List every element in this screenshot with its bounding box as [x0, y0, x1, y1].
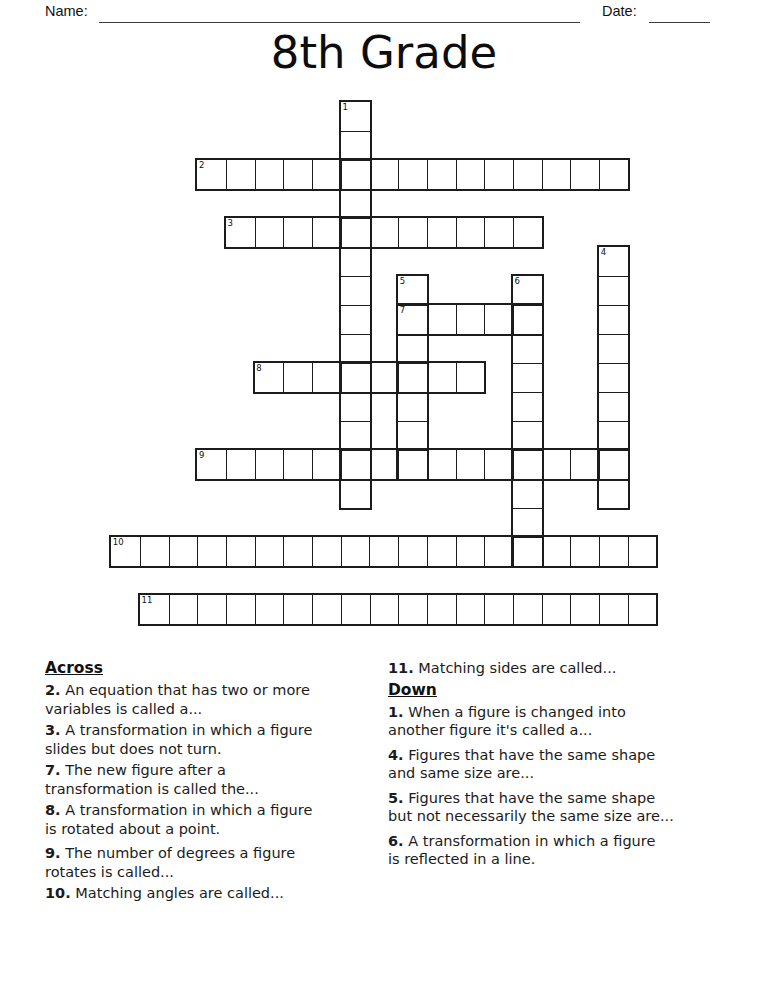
grid-cell[interactable] [456, 218, 485, 247]
grid-cell[interactable]: 5 [398, 276, 427, 305]
grid-cell[interactable] [628, 595, 657, 624]
grid-cell[interactable] [542, 595, 571, 624]
grid-cell[interactable]: 7 [398, 305, 427, 334]
grid-cell[interactable] [341, 131, 370, 160]
grid-cell[interactable] [312, 218, 341, 247]
clue-number: 1. [388, 704, 404, 720]
grid-cell[interactable] [542, 160, 571, 189]
clue-across-11: 11. Matching sides are called... [388, 659, 740, 678]
grid-cell[interactable] [398, 392, 427, 421]
clue-across-2: 2. An equation that has two or more vari… [45, 681, 388, 718]
grid-cell[interactable] [599, 421, 628, 450]
grid-cell[interactable] [456, 160, 485, 189]
grid-cell[interactable] [169, 537, 198, 566]
grid-cell[interactable] [283, 450, 312, 479]
grid-cell[interactable] [341, 189, 370, 218]
grid-cell[interactable] [370, 450, 399, 479]
grid-cell[interactable] [599, 276, 628, 305]
grid-cell[interactable] [427, 450, 456, 479]
grid-cell[interactable] [312, 537, 341, 566]
word-2-across: 2 [195, 158, 629, 191]
clue-number: 9. [45, 845, 61, 861]
word-10-across: 10 [109, 535, 658, 568]
grid-clue-number: 9 [199, 450, 204, 460]
grid-cell[interactable] [599, 595, 628, 624]
grid-cell[interactable] [255, 160, 284, 189]
clue-text: A transformation in which a figure is re… [388, 833, 655, 868]
clue-number: 11. [388, 660, 414, 676]
grid-cell[interactable] [513, 479, 542, 508]
grid-cell[interactable] [341, 334, 370, 363]
grid-cell[interactable] [542, 537, 571, 566]
grid-cell[interactable] [513, 392, 542, 421]
grid-cell[interactable] [283, 595, 312, 624]
grid-cell[interactable] [513, 218, 542, 247]
grid-cell[interactable] [341, 450, 370, 479]
grid-cell[interactable] [513, 363, 542, 392]
grid-cell[interactable]: 1 [341, 102, 370, 131]
word-11-across: 11 [138, 593, 658, 626]
clue-number: 7. [45, 762, 61, 778]
clue-across-3: 3. A transformation in which a figure sl… [45, 721, 388, 758]
grid-cell[interactable] [370, 363, 399, 392]
clue-down-5: 5. Figures that have the same shape but … [388, 789, 740, 826]
grid-cell[interactable] [341, 218, 370, 247]
grid-clue-number: 1 [342, 102, 347, 112]
word-7-across: 7 [396, 303, 543, 336]
grid-cell[interactable] [312, 450, 341, 479]
grid-cell[interactable] [427, 160, 456, 189]
grid-cell[interactable] [398, 218, 427, 247]
grid-cell[interactable] [341, 537, 370, 566]
grid-cell[interactable] [312, 160, 341, 189]
clue-text: A transformation in which a figure slide… [45, 722, 312, 757]
grid-cell[interactable] [427, 218, 456, 247]
grid-cell[interactable] [255, 595, 284, 624]
grid-cell[interactable]: 3 [226, 218, 255, 247]
clue-text: Figures that have the same shape and sam… [388, 747, 655, 782]
grid-cell[interactable] [513, 160, 542, 189]
grid-cell[interactable] [341, 276, 370, 305]
grid-cell[interactable] [398, 537, 427, 566]
clue-text: A transformation in which a figure is ro… [45, 802, 312, 837]
grid-cell[interactable] [513, 421, 542, 450]
clue-number: 4. [388, 747, 404, 763]
clue-number: 8. [45, 802, 61, 818]
grid-cell[interactable] [599, 479, 628, 508]
grid-cell[interactable] [140, 537, 169, 566]
clue-text: Matching sides are called... [418, 660, 616, 676]
grid-cell[interactable]: 11 [140, 595, 169, 624]
grid-clue-number: 10 [113, 537, 124, 547]
grid-cell[interactable] [513, 334, 542, 363]
grid-clue-number: 11 [142, 595, 153, 605]
grid-cell[interactable] [255, 450, 284, 479]
grid-cell[interactable] [341, 247, 370, 276]
grid-cell[interactable] [255, 537, 284, 566]
grid-cell[interactable] [283, 537, 312, 566]
grid-cell[interactable] [226, 450, 255, 479]
clues-section: Across 2. An equation that has two or mo… [45, 659, 740, 906]
grid-cell[interactable]: 4 [599, 247, 628, 276]
grid-cell[interactable] [283, 218, 312, 247]
grid-cell[interactable] [599, 334, 628, 363]
grid-cell[interactable] [456, 595, 485, 624]
clue-across-10: 10. Matching angles are called... [45, 884, 388, 903]
grid-cell[interactable] [312, 363, 341, 392]
clue-number: 3. [45, 722, 61, 738]
grid-cell[interactable] [341, 421, 370, 450]
grid-cell[interactable] [370, 160, 399, 189]
grid-cell[interactable] [398, 421, 427, 450]
clue-across-8: 8. A transformation in which a figure is… [45, 801, 388, 838]
grid-cell[interactable] [628, 537, 657, 566]
grid-cell[interactable]: 9 [197, 450, 226, 479]
across-heading: Across [45, 659, 388, 677]
clue-text: An equation that has two or more variabl… [45, 682, 310, 717]
grid-cell[interactable] [341, 595, 370, 624]
grid-cell[interactable]: 6 [513, 276, 542, 305]
grid-cell[interactable] [599, 450, 628, 479]
crossword-grid: 1234567891011 [0, 0, 768, 650]
clue-across-9: 9. The number of degrees a figure rotate… [45, 844, 388, 881]
grid-clue-number: 7 [400, 305, 405, 315]
word-3-across: 3 [224, 216, 544, 249]
grid-cell[interactable] [456, 450, 485, 479]
grid-cell[interactable] [484, 160, 513, 189]
clue-down-4: 4. Figures that have the same shape and … [388, 746, 740, 783]
grid-cell[interactable] [370, 595, 399, 624]
grid-cell[interactable] [513, 537, 542, 566]
grid-cell[interactable] [398, 450, 427, 479]
clue-number: 10. [45, 885, 71, 901]
grid-cell[interactable] [341, 363, 370, 392]
grid-cell[interactable] [513, 305, 542, 334]
grid-cell[interactable] [226, 537, 255, 566]
grid-cell[interactable] [369, 537, 398, 566]
grid-cell[interactable] [427, 537, 456, 566]
grid-cell[interactable] [226, 160, 255, 189]
clue-across-7: 7. The new figure after a transformation… [45, 761, 388, 798]
grid-cell[interactable] [456, 363, 485, 392]
clues-column-right: 11. Matching sides are called... Down 1.… [388, 659, 740, 906]
grid-cell[interactable] [197, 595, 226, 624]
grid-cell[interactable] [427, 595, 456, 624]
grid-cell[interactable] [283, 363, 312, 392]
grid-cell[interactable] [484, 305, 513, 334]
clue-down-6: 6. A transformation in which a figure is… [388, 832, 740, 869]
grid-clue-number: 8 [256, 363, 261, 373]
grid-cell[interactable] [341, 305, 370, 334]
grid-cell[interactable] [255, 218, 284, 247]
grid-cell[interactable] [427, 305, 456, 334]
clue-text: The new figure after a transformation is… [45, 762, 259, 797]
grid-cell[interactable] [370, 218, 399, 247]
grid-cell[interactable]: 8 [255, 363, 284, 392]
grid-cell[interactable] [599, 160, 628, 189]
grid-cell[interactable] [398, 363, 427, 392]
grid-cell[interactable]: 10 [111, 537, 140, 566]
grid-cell[interactable] [484, 595, 513, 624]
clue-text: The number of degrees a figure rotates i… [45, 845, 295, 880]
grid-cell[interactable] [542, 450, 571, 479]
worksheet-page: Name: Date: 8th Grade 1234567891011 Acro… [0, 0, 768, 994]
grid-clue-number: 2 [199, 160, 204, 170]
clue-text: Matching angles are called... [75, 885, 284, 901]
grid-cell[interactable] [599, 392, 628, 421]
grid-cell[interactable] [570, 537, 599, 566]
grid-cell[interactable] [570, 450, 599, 479]
grid-cell[interactable] [484, 218, 513, 247]
clue-number: 6. [388, 833, 404, 849]
grid-cell[interactable] [341, 392, 370, 421]
grid-cell[interactable] [398, 160, 427, 189]
grid-cell[interactable] [484, 537, 513, 566]
grid-cell[interactable] [427, 363, 456, 392]
grid-clue-number: 5 [400, 276, 405, 286]
clue-down-1: 1. When a figure is changed into another… [388, 703, 740, 740]
grid-cell[interactable] [513, 595, 542, 624]
grid-cell[interactable] [599, 305, 628, 334]
clue-number: 5. [388, 790, 404, 806]
grid-cell[interactable] [312, 595, 341, 624]
clues-column-left: Across 2. An equation that has two or mo… [45, 659, 388, 906]
grid-cell[interactable] [484, 450, 513, 479]
clue-number: 2. [45, 682, 61, 698]
grid-cell[interactable] [341, 160, 370, 189]
word-8-across: 8 [253, 361, 487, 394]
grid-cell[interactable] [513, 450, 542, 479]
grid-cell[interactable] [599, 363, 628, 392]
grid-cell[interactable] [570, 160, 599, 189]
grid-cell[interactable] [341, 479, 370, 508]
grid-cell[interactable] [513, 508, 542, 537]
clue-text: When a figure is changed into another fi… [388, 704, 626, 739]
grid-cell[interactable]: 2 [197, 160, 226, 189]
grid-clue-number: 6 [515, 276, 520, 286]
grid-cell[interactable] [456, 305, 485, 334]
grid-cell[interactable] [226, 595, 255, 624]
word-9-across: 9 [195, 448, 629, 481]
down-heading: Down [388, 681, 740, 699]
grid-cell[interactable] [599, 537, 628, 566]
grid-cell[interactable] [398, 334, 427, 363]
grid-cell[interactable] [570, 595, 599, 624]
grid-clue-number: 3 [228, 218, 233, 228]
grid-clue-number: 4 [601, 247, 606, 257]
clue-text: Figures that have the same shape but not… [388, 790, 674, 825]
grid-cell[interactable] [456, 537, 485, 566]
grid-cell[interactable] [169, 595, 198, 624]
grid-cell[interactable] [197, 537, 226, 566]
grid-cell[interactable] [398, 595, 427, 624]
grid-cell[interactable] [283, 160, 312, 189]
